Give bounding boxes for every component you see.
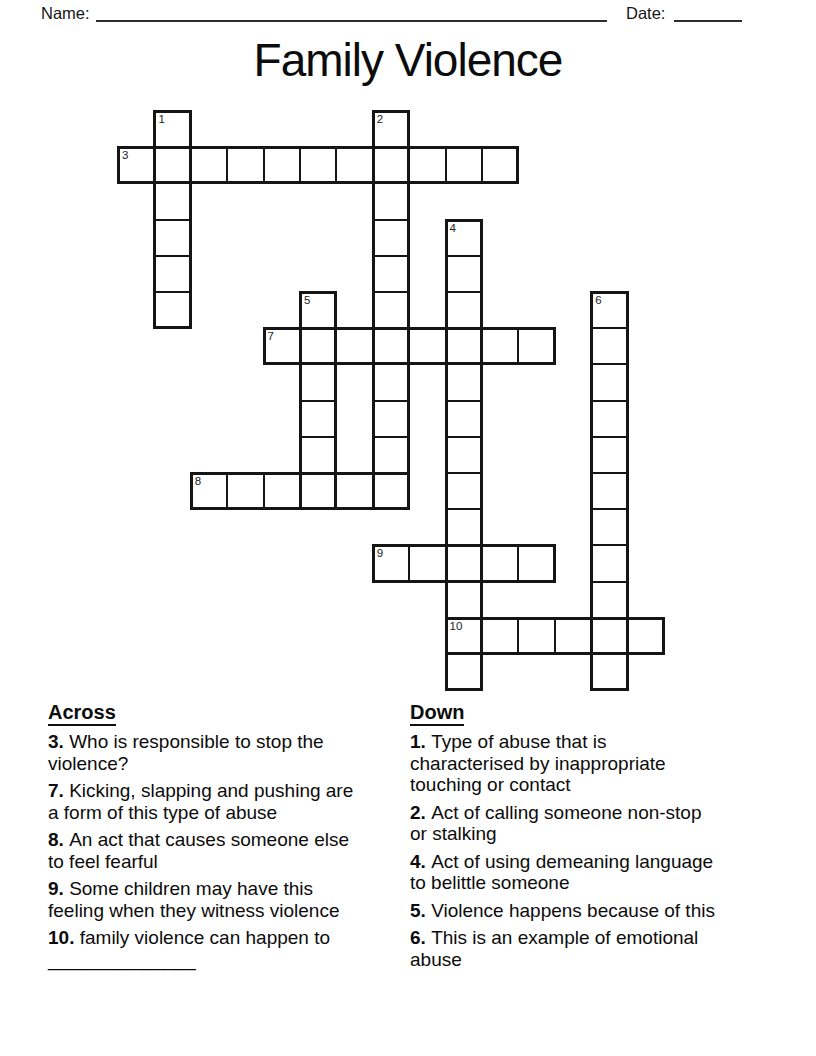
clue-text: Some children may have this feeling when… xyxy=(48,878,340,921)
across-clue-list: 3. Who is responsible to stop the violen… xyxy=(48,731,420,970)
word-outline-1-down xyxy=(153,110,191,329)
date-blank-line[interactable] xyxy=(674,20,742,22)
clue-3-across: 3. Who is responsible to stop the violen… xyxy=(48,731,420,774)
clue-1-down: 1. Type of abuse that is characterised b… xyxy=(410,731,782,796)
clue-number: 1. xyxy=(410,731,431,752)
clue-number: 3. xyxy=(48,731,69,752)
down-heading: Down xyxy=(410,701,464,726)
across-clues-section: Across 3. Who is responsible to stop the… xyxy=(48,701,420,976)
clue-number: 6. xyxy=(410,927,431,948)
word-outline-4-down xyxy=(445,219,483,692)
word-outline-6-down xyxy=(590,291,628,691)
clue-number: 7. xyxy=(48,780,69,801)
word-outline-2-down xyxy=(372,110,410,510)
page-title: Family Violence xyxy=(0,33,816,87)
clue-text: This is an example of emotional abuse xyxy=(410,927,698,970)
clue-text: family violence can happen to __________… xyxy=(48,927,330,970)
down-clues-section: Down 1. Type of abuse that is characteri… xyxy=(410,701,782,976)
clue-text: Kicking, slapping and pushing are a form… xyxy=(48,780,353,823)
clue-9-across: 9. Some children may have this feeling w… xyxy=(48,878,420,921)
worksheet-page: Name: Date: Family Violence 12345678910 … xyxy=(0,0,816,1056)
name-label: Name: xyxy=(41,4,90,23)
clue-7-across: 7. Kicking, slapping and pushing are a f… xyxy=(48,780,420,823)
word-outline-5-down xyxy=(299,291,337,510)
clue-8-across: 8. An act that causes someone else to fe… xyxy=(48,829,420,872)
clue-number: 2. xyxy=(410,802,431,823)
clue-text: Who is responsible to stop the violence? xyxy=(48,731,324,774)
clue-text: Type of abuse that is characterised by i… xyxy=(410,731,666,795)
clue-4-down: 4. Act of using demeaning language to be… xyxy=(410,851,782,894)
clue-5-down: 5. Violence happens because of this xyxy=(410,900,782,922)
clue-number: 4. xyxy=(410,851,431,872)
clue-number: 9. xyxy=(48,878,69,899)
clue-6-down: 6. This is an example of emotional abuse xyxy=(410,927,782,970)
clue-number: 8. xyxy=(48,829,69,850)
clue-number: 10. xyxy=(48,927,80,948)
clue-text: Act of using demeaning language to belit… xyxy=(410,851,713,894)
down-clue-list: 1. Type of abuse that is characterised b… xyxy=(410,731,782,970)
clue-2-down: 2. Act of calling someone non-stop or st… xyxy=(410,802,782,845)
clue-10-across: 10. family violence can happen to ______… xyxy=(48,927,420,970)
clue-text: Act of calling someone non-stop or stalk… xyxy=(410,802,702,845)
crossword-grid: 12345678910 xyxy=(117,110,665,691)
date-label: Date: xyxy=(626,4,665,23)
across-heading: Across xyxy=(48,701,116,726)
clue-number: 5. xyxy=(410,900,431,921)
name-blank-line[interactable] xyxy=(96,20,607,22)
clue-text: Violence happens because of this xyxy=(431,900,715,921)
clue-text: An act that causes someone else to feel … xyxy=(48,829,349,872)
